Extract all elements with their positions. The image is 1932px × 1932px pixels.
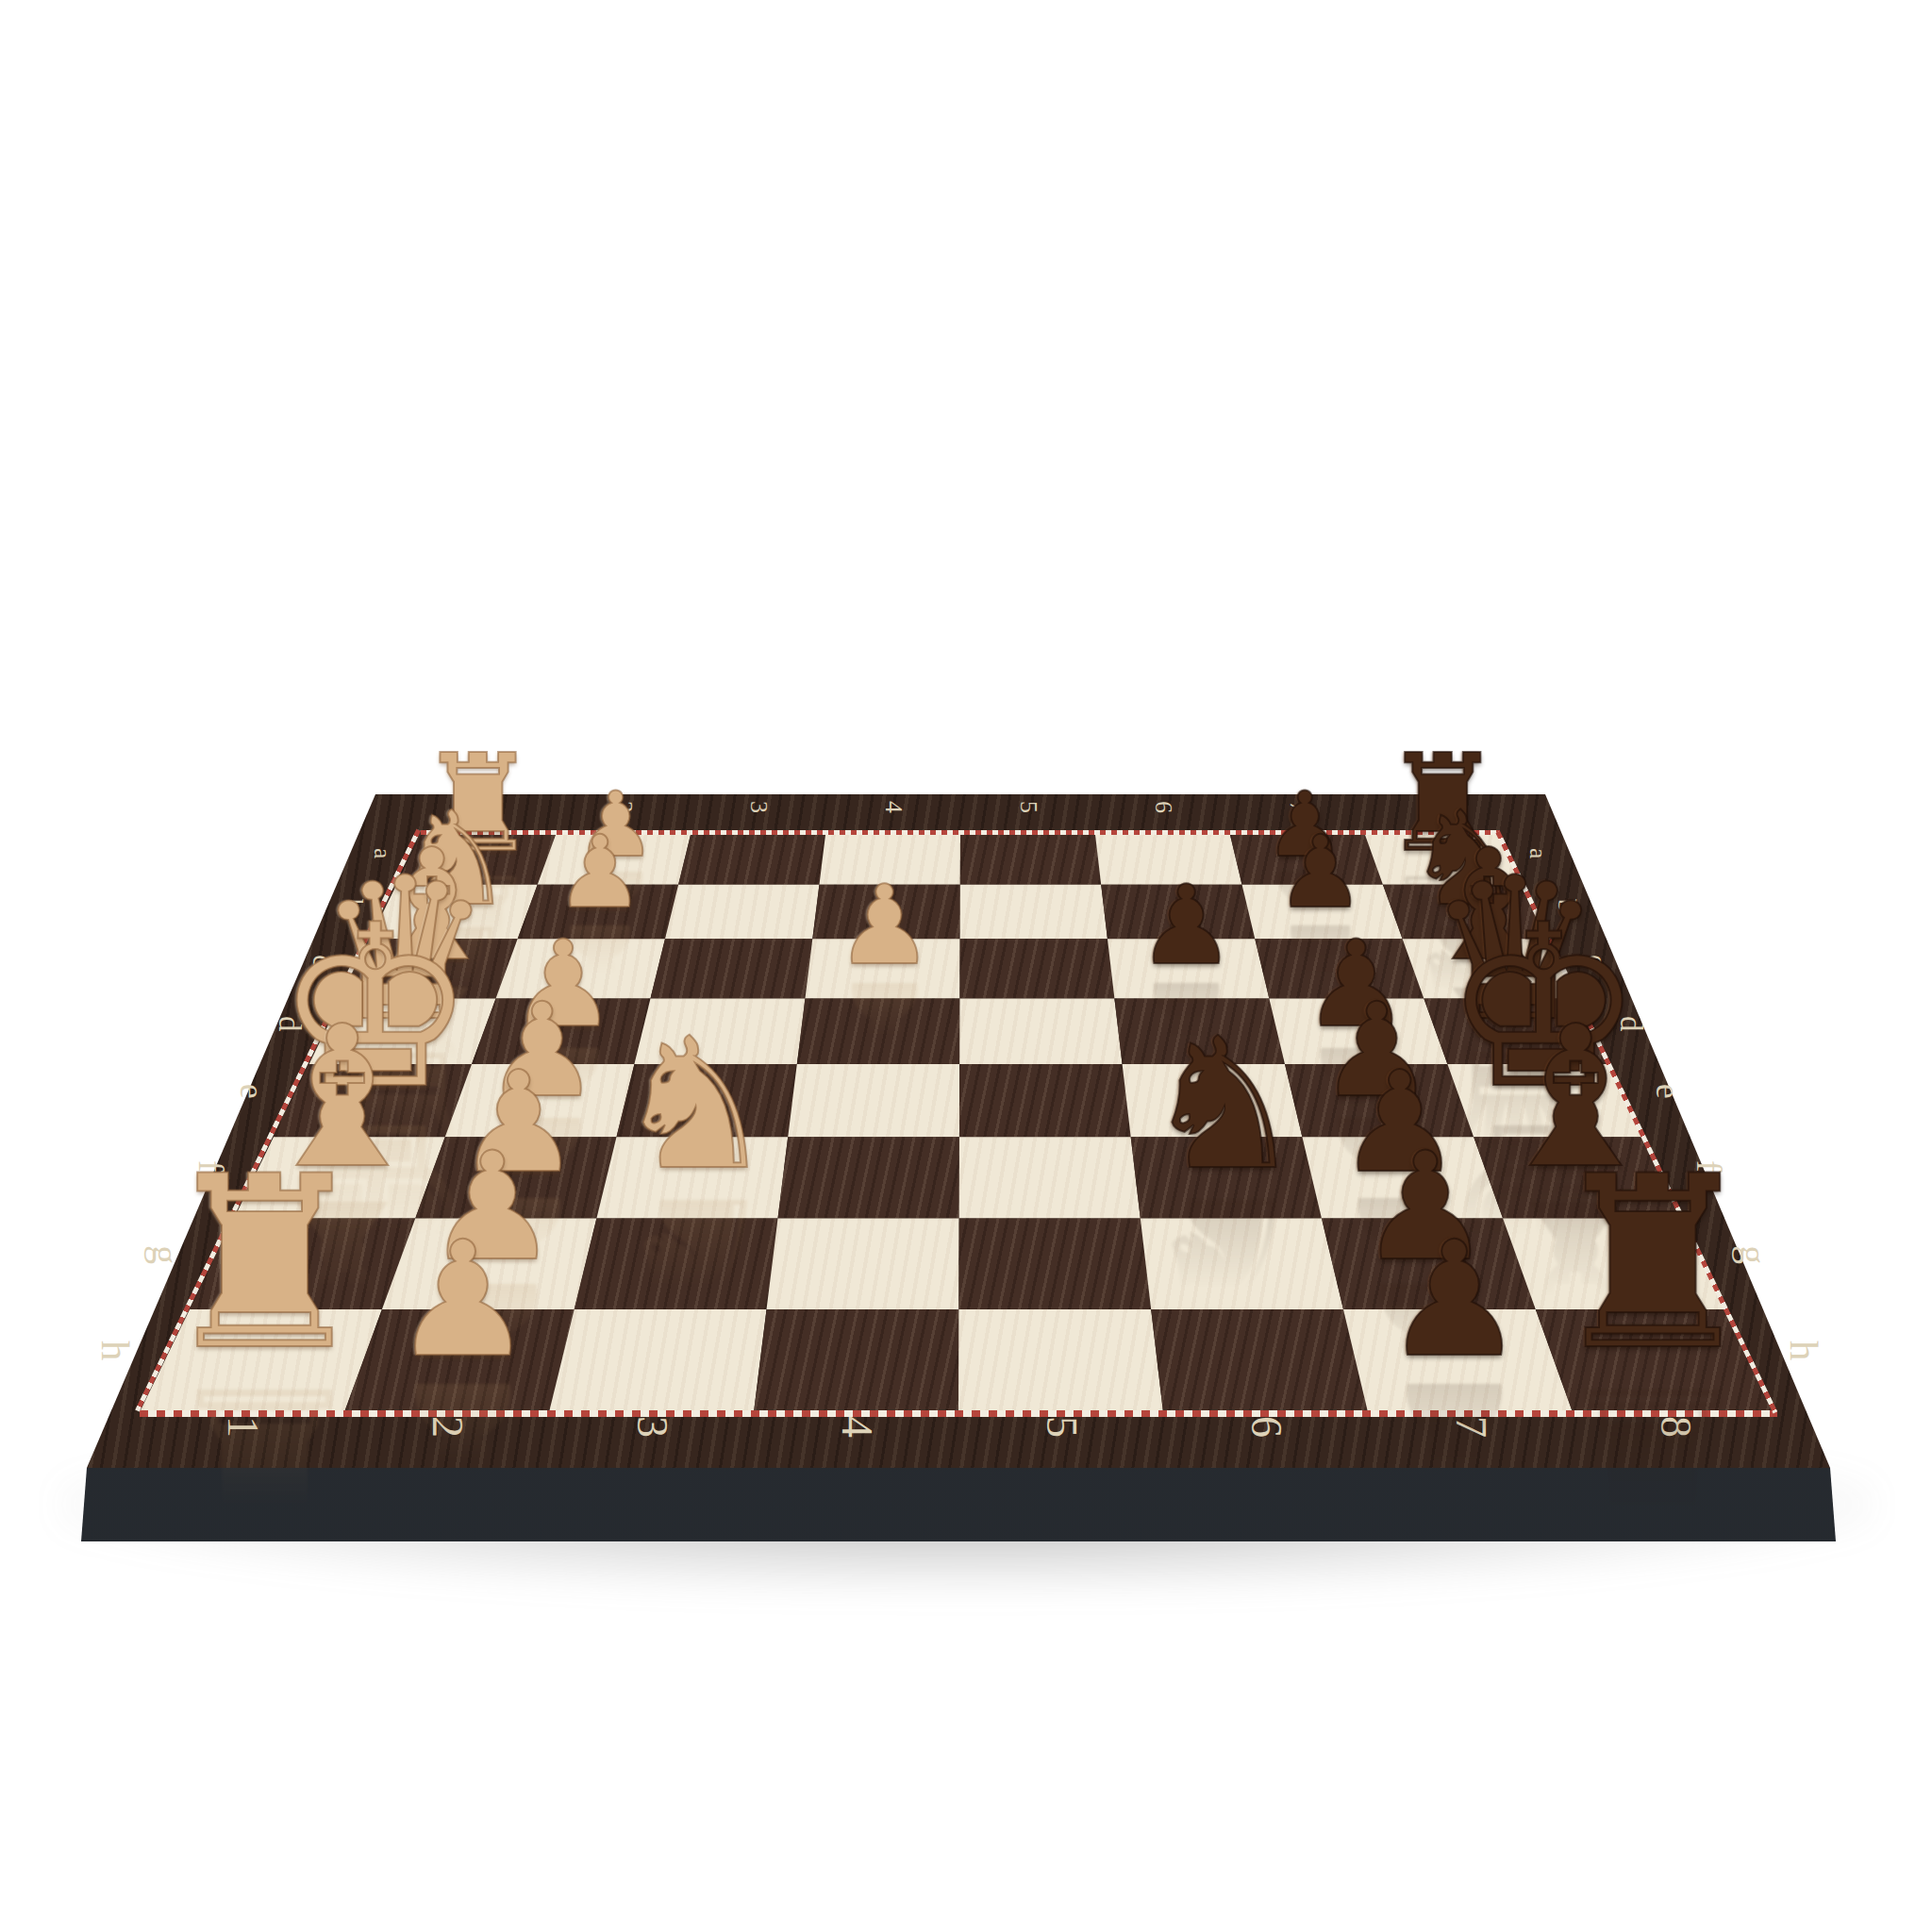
piece-black-knight-f6[interactable]: ♞ — [1133, 1014, 1314, 1195]
far-rank-label-3: 3 — [746, 801, 771, 825]
left-file-label-h: h — [94, 1341, 135, 1381]
near-rank-label-4: 4 — [835, 1416, 878, 1459]
piece-white-knight-f3[interactable]: ♞ — [605, 1014, 786, 1195]
piece-black-pawn-h7[interactable]: ♟ — [1374, 1221, 1534, 1380]
piece-black-pawn-b7[interactable]: ♟ — [1271, 823, 1371, 923]
piece-white-pawn-b2[interactable]: ♟ — [550, 823, 650, 923]
near-rank-label-3: 3 — [630, 1416, 674, 1459]
chess-photo-scene: 1122334455667788aabbccddeeffgghh♜♜♞♞♝♝♛♛… — [0, 0, 1932, 1932]
piece-white-rook-h1[interactable]: ♜ — [145, 1144, 384, 1383]
piece-white-pawn-c4[interactable]: ♟ — [829, 871, 939, 980]
piece-black-rook-h8[interactable]: ♜ — [1533, 1144, 1772, 1383]
piece-black-pawn-c6[interactable]: ♟ — [1131, 871, 1241, 980]
near-rank-label-6: 6 — [1244, 1416, 1288, 1459]
right-file-label-h: h — [1783, 1341, 1824, 1381]
piece-white-pawn-h2[interactable]: ♟ — [383, 1221, 542, 1380]
far-rank-label-6: 6 — [1151, 801, 1175, 825]
far-rank-label-5: 5 — [1016, 801, 1041, 825]
near-rank-label-5: 5 — [1040, 1416, 1083, 1459]
far-rank-label-4: 4 — [881, 801, 906, 825]
